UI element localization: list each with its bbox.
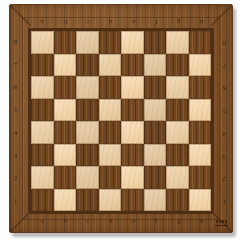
frame-mitre-joint-top-right bbox=[211, 5, 232, 26]
square-c5 bbox=[76, 99, 99, 122]
square-b6 bbox=[54, 76, 77, 99]
square-d5 bbox=[99, 99, 122, 122]
file-label-top-g: g bbox=[174, 17, 183, 26]
square-d8 bbox=[99, 31, 122, 54]
maker-mark-stamp bbox=[215, 220, 228, 226]
square-e7 bbox=[121, 54, 144, 77]
rank-label-right-7: 7 bbox=[220, 61, 229, 70]
square-c7 bbox=[76, 54, 99, 77]
rank-label-left-6: 6 bbox=[11, 83, 20, 92]
square-e3 bbox=[121, 144, 144, 167]
square-d4 bbox=[99, 121, 122, 144]
file-label-top-d: d bbox=[106, 17, 115, 26]
rank-label-right-1: 1 bbox=[220, 197, 229, 206]
square-f6 bbox=[144, 76, 167, 99]
square-e1 bbox=[121, 189, 144, 212]
square-g3 bbox=[166, 144, 189, 167]
square-d6 bbox=[99, 76, 122, 99]
square-h5 bbox=[189, 99, 212, 122]
rank-label-left-5: 5 bbox=[11, 106, 20, 115]
square-f5 bbox=[144, 99, 167, 122]
square-a8 bbox=[31, 31, 54, 54]
file-label-top-f: f bbox=[152, 17, 161, 26]
square-h1 bbox=[189, 189, 212, 212]
square-g1 bbox=[166, 189, 189, 212]
square-g4 bbox=[166, 121, 189, 144]
frame-mitre-joint-bottom-left bbox=[10, 211, 31, 232]
square-e6 bbox=[121, 76, 144, 99]
file-label-bottom-c: c bbox=[83, 217, 92, 226]
square-g2 bbox=[166, 166, 189, 189]
square-h7 bbox=[189, 54, 212, 77]
file-label-bottom-h: h bbox=[197, 217, 206, 226]
square-c6 bbox=[76, 76, 99, 99]
square-g5 bbox=[166, 99, 189, 122]
frame-mitre-joint-top-left bbox=[10, 5, 31, 26]
rank-label-left-2: 2 bbox=[11, 174, 20, 183]
rank-label-left-4: 4 bbox=[11, 129, 20, 138]
square-f3 bbox=[144, 144, 167, 167]
rank-label-right-3: 3 bbox=[220, 152, 229, 161]
file-label-top-b: b bbox=[61, 17, 70, 26]
product-photo-background: aabbccddeeffgghh8877665544332211 bbox=[0, 0, 250, 250]
file-label-bottom-d: d bbox=[106, 217, 115, 226]
square-h3 bbox=[189, 144, 212, 167]
square-a3 bbox=[31, 144, 54, 167]
square-a4 bbox=[31, 121, 54, 144]
square-c2 bbox=[76, 166, 99, 189]
square-b1 bbox=[54, 189, 77, 212]
square-h4 bbox=[189, 121, 212, 144]
file-label-bottom-b: b bbox=[61, 217, 70, 226]
square-f1 bbox=[144, 189, 167, 212]
square-b7 bbox=[54, 54, 77, 77]
file-label-bottom-f: f bbox=[152, 217, 161, 226]
square-e5 bbox=[121, 99, 144, 122]
rank-label-right-2: 2 bbox=[220, 174, 229, 183]
chess-board: aabbccddeeffgghh8877665544332211 bbox=[9, 4, 233, 233]
rank-label-left-8: 8 bbox=[11, 38, 20, 47]
square-d7 bbox=[99, 54, 122, 77]
square-e4 bbox=[121, 121, 144, 144]
square-f8 bbox=[144, 31, 167, 54]
square-g8 bbox=[166, 31, 189, 54]
square-d3 bbox=[99, 144, 122, 167]
square-c8 bbox=[76, 31, 99, 54]
square-a5 bbox=[31, 99, 54, 122]
file-label-bottom-g: g bbox=[174, 217, 183, 226]
square-f4 bbox=[144, 121, 167, 144]
square-f7 bbox=[144, 54, 167, 77]
file-label-bottom-a: a bbox=[38, 217, 47, 226]
rank-label-left-1: 1 bbox=[11, 197, 20, 206]
file-label-top-e: e bbox=[129, 17, 138, 26]
rank-label-right-4: 4 bbox=[220, 129, 229, 138]
square-g7 bbox=[166, 54, 189, 77]
square-f2 bbox=[144, 166, 167, 189]
rank-label-right-8: 8 bbox=[220, 38, 229, 47]
rank-label-left-7: 7 bbox=[11, 61, 20, 70]
file-label-bottom-e: e bbox=[129, 217, 138, 226]
square-c1 bbox=[76, 189, 99, 212]
file-label-top-a: a bbox=[38, 17, 47, 26]
square-e8 bbox=[121, 31, 144, 54]
square-g6 bbox=[166, 76, 189, 99]
square-h8 bbox=[189, 31, 212, 54]
square-c3 bbox=[76, 144, 99, 167]
square-b4 bbox=[54, 121, 77, 144]
square-a6 bbox=[31, 76, 54, 99]
rank-label-right-5: 5 bbox=[220, 106, 229, 115]
square-a2 bbox=[31, 166, 54, 189]
square-b5 bbox=[54, 99, 77, 122]
square-h6 bbox=[189, 76, 212, 99]
file-label-top-c: c bbox=[83, 17, 92, 26]
square-d2 bbox=[99, 166, 122, 189]
square-c4 bbox=[76, 121, 99, 144]
square-b8 bbox=[54, 31, 77, 54]
rank-label-right-6: 6 bbox=[220, 83, 229, 92]
file-label-top-h: h bbox=[197, 17, 206, 26]
square-e2 bbox=[121, 166, 144, 189]
square-h2 bbox=[189, 166, 212, 189]
square-d1 bbox=[99, 189, 122, 212]
square-a7 bbox=[31, 54, 54, 77]
playing-area bbox=[28, 28, 214, 214]
rank-label-left-3: 3 bbox=[11, 152, 20, 161]
square-b2 bbox=[54, 166, 77, 189]
square-b3 bbox=[54, 144, 77, 167]
square-a1 bbox=[31, 189, 54, 212]
